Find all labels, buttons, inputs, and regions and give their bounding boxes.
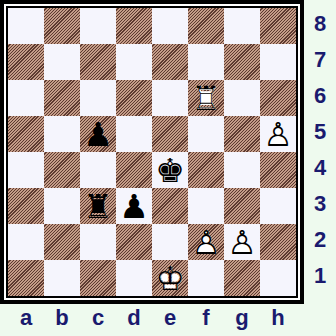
file-label-f: f [188, 302, 224, 334]
black-piece-glyph: ♟ [119, 190, 149, 223]
square-g3[interactable] [224, 188, 260, 224]
rank-label-5: 5 [304, 114, 336, 150]
square-a2[interactable] [8, 224, 44, 260]
square-a6[interactable] [8, 80, 44, 116]
file-label-g: g [224, 302, 260, 334]
chess-board: ♜♖♟♟♙♚♜♟♟♙♟♙♚♔ [8, 8, 296, 296]
square-h2[interactable] [260, 224, 296, 260]
white-piece-outline: ♙ [227, 226, 257, 259]
square-f4[interactable] [188, 152, 224, 188]
square-a5[interactable] [8, 116, 44, 152]
chess-diagram: ♜♖♟♟♙♚♜♟♟♙♟♙♚♔ 87654321 abcdefgh [0, 0, 336, 336]
square-e8[interactable] [152, 8, 188, 44]
white-piece-outline: ♖ [191, 82, 221, 115]
square-g6[interactable] [224, 80, 260, 116]
file-label-d: d [116, 302, 152, 334]
square-e2[interactable] [152, 224, 188, 260]
square-h5[interactable]: ♟♙ [260, 116, 296, 152]
square-b8[interactable] [44, 8, 80, 44]
file-labels: abcdefgh [8, 302, 296, 334]
square-h8[interactable] [260, 8, 296, 44]
black-pawn-c5[interactable]: ♟ [80, 116, 116, 152]
square-e3[interactable] [152, 188, 188, 224]
square-g8[interactable] [224, 8, 260, 44]
square-d4[interactable] [116, 152, 152, 188]
white-pawn-g2[interactable]: ♟♙ [224, 224, 260, 260]
square-h1[interactable] [260, 260, 296, 296]
white-piece-outline: ♙ [191, 226, 221, 259]
white-pawn-h5[interactable]: ♟♙ [260, 116, 296, 152]
rank-label-4: 4 [304, 150, 336, 186]
rank-labels: 87654321 [304, 6, 336, 294]
white-piece-outline: ♙ [263, 118, 293, 151]
square-g4[interactable] [224, 152, 260, 188]
white-king-e1[interactable]: ♚♔ [152, 260, 188, 296]
rank-label-8: 8 [304, 6, 336, 42]
square-d7[interactable] [116, 44, 152, 80]
board-inner-border: ♜♖♟♟♙♚♜♟♟♙♟♙♚♔ [6, 6, 298, 298]
square-a8[interactable] [8, 8, 44, 44]
square-d8[interactable] [116, 8, 152, 44]
square-c7[interactable] [80, 44, 116, 80]
square-c6[interactable] [80, 80, 116, 116]
square-b6[interactable] [44, 80, 80, 116]
square-a4[interactable] [8, 152, 44, 188]
square-b1[interactable] [44, 260, 80, 296]
square-a7[interactable] [8, 44, 44, 80]
black-piece-glyph: ♟ [83, 118, 113, 151]
square-c3[interactable]: ♜ [80, 188, 116, 224]
black-pawn-d3[interactable]: ♟ [116, 188, 152, 224]
black-rook-c3[interactable]: ♜ [80, 188, 116, 224]
square-b4[interactable] [44, 152, 80, 188]
white-rook-f6[interactable]: ♜♖ [188, 80, 224, 116]
white-piece-outline: ♔ [155, 262, 185, 295]
rank-label-6: 6 [304, 78, 336, 114]
black-piece-glyph: ♚ [155, 154, 185, 187]
square-a3[interactable] [8, 188, 44, 224]
square-g5[interactable] [224, 116, 260, 152]
square-h6[interactable] [260, 80, 296, 116]
file-label-c: c [80, 302, 116, 334]
square-f1[interactable] [188, 260, 224, 296]
square-f6[interactable]: ♜♖ [188, 80, 224, 116]
square-d5[interactable] [116, 116, 152, 152]
file-label-e: e [152, 302, 188, 334]
square-d6[interactable] [116, 80, 152, 116]
square-c2[interactable] [80, 224, 116, 260]
rank-label-7: 7 [304, 42, 336, 78]
square-h3[interactable] [260, 188, 296, 224]
square-e5[interactable] [152, 116, 188, 152]
square-f8[interactable] [188, 8, 224, 44]
black-piece-glyph: ♜ [83, 190, 113, 223]
square-g1[interactable] [224, 260, 260, 296]
square-b7[interactable] [44, 44, 80, 80]
square-c1[interactable] [80, 260, 116, 296]
square-f5[interactable] [188, 116, 224, 152]
square-e1[interactable]: ♚♔ [152, 260, 188, 296]
file-label-a: a [8, 302, 44, 334]
square-e6[interactable] [152, 80, 188, 116]
square-h7[interactable] [260, 44, 296, 80]
rank-label-1: 1 [304, 258, 336, 294]
square-c4[interactable] [80, 152, 116, 188]
white-pawn-f2[interactable]: ♟♙ [188, 224, 224, 260]
square-g2[interactable]: ♟♙ [224, 224, 260, 260]
square-g7[interactable] [224, 44, 260, 80]
square-d3[interactable]: ♟ [116, 188, 152, 224]
rank-label-2: 2 [304, 222, 336, 258]
board-frame: ♜♖♟♟♙♚♜♟♟♙♟♙♚♔ [0, 0, 304, 304]
square-b3[interactable] [44, 188, 80, 224]
square-f7[interactable] [188, 44, 224, 80]
square-c5[interactable]: ♟ [80, 116, 116, 152]
rank-label-3: 3 [304, 186, 336, 222]
square-f2[interactable]: ♟♙ [188, 224, 224, 260]
square-b5[interactable] [44, 116, 80, 152]
square-d2[interactable] [116, 224, 152, 260]
square-c8[interactable] [80, 8, 116, 44]
square-e7[interactable] [152, 44, 188, 80]
square-b2[interactable] [44, 224, 80, 260]
file-label-b: b [44, 302, 80, 334]
square-e4[interactable]: ♚ [152, 152, 188, 188]
square-h4[interactable] [260, 152, 296, 188]
file-label-h: h [260, 302, 296, 334]
square-d1[interactable] [116, 260, 152, 296]
black-king-e4[interactable]: ♚ [152, 152, 188, 188]
square-a1[interactable] [8, 260, 44, 296]
square-f3[interactable] [188, 188, 224, 224]
